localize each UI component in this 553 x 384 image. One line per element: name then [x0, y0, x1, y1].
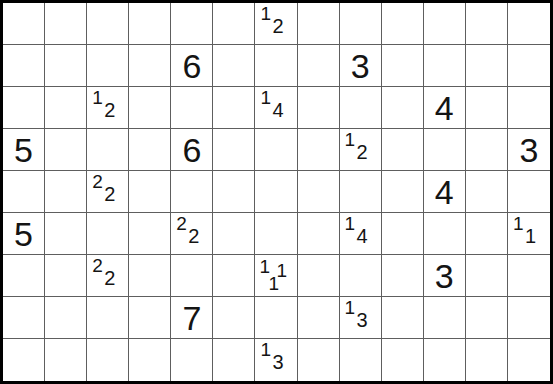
empty-cell-r5c5[interactable]: [171, 171, 213, 213]
empty-cell-r8c2[interactable]: [45, 297, 87, 339]
clue-digit: 6: [182, 49, 201, 83]
clue-cell-r8c9: 13: [340, 297, 382, 339]
clue-digit: 4: [435, 175, 454, 209]
empty-cell-r9c9[interactable]: [340, 339, 382, 381]
empty-cell-r2c11[interactable]: [424, 45, 466, 87]
empty-cell-r2c3[interactable]: [87, 45, 129, 87]
clue-cell-r1c7: 12: [255, 3, 297, 45]
clue-digit: 1: [260, 340, 271, 359]
clue-digit: 2: [104, 184, 115, 204]
clue-cell-r8c5: 7: [171, 297, 213, 339]
empty-cell-r5c12[interactable]: [466, 171, 508, 213]
empty-cell-r1c2[interactable]: [45, 3, 87, 45]
empty-cell-r1c10[interactable]: [382, 3, 424, 45]
empty-cell-r9c11[interactable]: [424, 339, 466, 381]
empty-cell-r8c1[interactable]: [3, 297, 45, 339]
clue-digit: 1: [345, 130, 356, 149]
empty-cell-r3c12[interactable]: [466, 87, 508, 129]
empty-cell-r4c11[interactable]: [424, 129, 466, 171]
empty-cell-r6c2[interactable]: [45, 213, 87, 255]
empty-cell-r2c12[interactable]: [466, 45, 508, 87]
empty-cell-r7c10[interactable]: [382, 255, 424, 297]
clue-digit: 2: [104, 268, 115, 288]
clue-digit: 2: [188, 226, 199, 246]
empty-cell-r8c3[interactable]: [87, 297, 129, 339]
empty-cell-r1c11[interactable]: [424, 3, 466, 45]
clue-digit: 4: [272, 100, 283, 120]
clue-digit: 2: [104, 100, 115, 120]
clue-cell-r2c5: 6: [171, 45, 213, 87]
empty-cell-r2c7[interactable]: [255, 45, 297, 87]
empty-cell-r9c6[interactable]: [213, 339, 255, 381]
clue-digit: 3: [520, 133, 539, 167]
empty-cell-r2c6[interactable]: [213, 45, 255, 87]
clue-digit: 3: [351, 49, 370, 83]
clue-cell-r6c5: 22: [171, 213, 213, 255]
empty-cell-r7c4[interactable]: [129, 255, 171, 297]
clue-digit: 3: [272, 352, 283, 372]
clue-cell-r5c11: 4: [424, 171, 466, 213]
empty-cell-r6c3[interactable]: [87, 213, 129, 255]
empty-cell-r6c12[interactable]: [466, 213, 508, 255]
empty-cell-r1c1[interactable]: [3, 3, 45, 45]
clue-digit: 3: [357, 310, 368, 330]
empty-cell-r8c10[interactable]: [382, 297, 424, 339]
empty-cell-r9c10[interactable]: [382, 339, 424, 381]
empty-cell-r7c9[interactable]: [340, 255, 382, 297]
empty-cell-r3c13[interactable]: [508, 87, 550, 129]
clue-cell-r4c5: 6: [171, 129, 213, 171]
empty-cell-r6c8[interactable]: [298, 213, 340, 255]
empty-cell-r6c11[interactable]: [424, 213, 466, 255]
clue-digit: 1: [345, 298, 356, 317]
clue-digit: 4: [435, 91, 454, 125]
clue-cell-r7c11: 3: [424, 255, 466, 297]
empty-cell-r7c5[interactable]: [171, 255, 213, 297]
empty-cell-r1c3[interactable]: [87, 3, 129, 45]
empty-cell-r5c13[interactable]: [508, 171, 550, 213]
empty-cell-r5c6[interactable]: [213, 171, 255, 213]
empty-cell-r8c12[interactable]: [466, 297, 508, 339]
empty-cell-r5c8[interactable]: [298, 171, 340, 213]
empty-cell-r8c6[interactable]: [213, 297, 255, 339]
empty-cell-r7c13[interactable]: [508, 255, 550, 297]
clue-cell-r6c13: 11: [508, 213, 550, 255]
empty-cell-r9c8[interactable]: [298, 339, 340, 381]
clue-cell-r4c13: 3: [508, 129, 550, 171]
clue-cell-r3c11: 4: [424, 87, 466, 129]
clue-digit: 1: [268, 274, 279, 293]
clue-digit: 3: [435, 259, 454, 293]
empty-cell-r5c7[interactable]: [255, 171, 297, 213]
empty-cell-r1c8[interactable]: [298, 3, 340, 45]
empty-cell-r5c9[interactable]: [340, 171, 382, 213]
empty-cell-r2c1[interactable]: [3, 45, 45, 87]
empty-cell-r4c2[interactable]: [45, 129, 87, 171]
empty-cell-r2c4[interactable]: [129, 45, 171, 87]
clue-digit: 6: [182, 133, 201, 167]
empty-cell-r8c11[interactable]: [424, 297, 466, 339]
empty-cell-r3c4[interactable]: [129, 87, 171, 129]
empty-cell-r9c5[interactable]: [171, 339, 213, 381]
empty-cell-r5c10[interactable]: [382, 171, 424, 213]
empty-cell-r9c4[interactable]: [129, 339, 171, 381]
clue-cell-r6c9: 14: [340, 213, 382, 255]
empty-cell-r8c8[interactable]: [298, 297, 340, 339]
clue-digit: 2: [272, 16, 283, 36]
clue-digit: 7: [182, 301, 201, 335]
empty-cell-r9c2[interactable]: [45, 339, 87, 381]
clue-digit: 1: [345, 214, 356, 233]
empty-cell-r6c6[interactable]: [213, 213, 255, 255]
empty-cell-r3c1[interactable]: [3, 87, 45, 129]
empty-cell-r7c8[interactable]: [298, 255, 340, 297]
empty-cell-r6c7[interactable]: [255, 213, 297, 255]
clue-digit: 1: [92, 88, 103, 107]
empty-cell-r2c10[interactable]: [382, 45, 424, 87]
empty-cell-r4c6[interactable]: [213, 129, 255, 171]
clue-digit: 5: [14, 217, 33, 251]
empty-cell-r5c2[interactable]: [45, 171, 87, 213]
empty-cell-r3c9[interactable]: [340, 87, 382, 129]
clue-digit: 4: [357, 226, 368, 246]
clue-cell-r7c7: 111: [255, 255, 297, 297]
empty-cell-r3c5[interactable]: [171, 87, 213, 129]
clue-cell-r3c7: 14: [255, 87, 297, 129]
empty-cell-r7c6[interactable]: [213, 255, 255, 297]
empty-cell-r3c8[interactable]: [298, 87, 340, 129]
empty-cell-r6c10[interactable]: [382, 213, 424, 255]
empty-cell-r1c12[interactable]: [466, 3, 508, 45]
empty-cell-r4c10[interactable]: [382, 129, 424, 171]
empty-cell-r3c2[interactable]: [45, 87, 87, 129]
empty-cell-r9c13[interactable]: [508, 339, 550, 381]
empty-cell-r1c5[interactable]: [171, 3, 213, 45]
empty-cell-r1c6[interactable]: [213, 3, 255, 45]
empty-cell-r8c4[interactable]: [129, 297, 171, 339]
tapa-board: 12631214456123224522141122111371313: [0, 0, 553, 384]
empty-cell-r4c7[interactable]: [255, 129, 297, 171]
empty-cell-r1c9[interactable]: [340, 3, 382, 45]
empty-cell-r5c4[interactable]: [129, 171, 171, 213]
empty-cell-r4c8[interactable]: [298, 129, 340, 171]
empty-cell-r9c12[interactable]: [466, 339, 508, 381]
empty-cell-r2c13[interactable]: [508, 45, 550, 87]
empty-cell-r7c2[interactable]: [45, 255, 87, 297]
empty-cell-r2c2[interactable]: [45, 45, 87, 87]
empty-cell-r4c3[interactable]: [87, 129, 129, 171]
empty-cell-r3c6[interactable]: [213, 87, 255, 129]
clue-cell-r5c3: 22: [87, 171, 129, 213]
empty-cell-r8c13[interactable]: [508, 297, 550, 339]
empty-cell-r1c4[interactable]: [129, 3, 171, 45]
empty-cell-r4c12[interactable]: [466, 129, 508, 171]
empty-cell-r1c13[interactable]: [508, 3, 550, 45]
empty-cell-r2c8[interactable]: [298, 45, 340, 87]
clue-digit: 5: [14, 133, 33, 167]
clue-cell-r4c9: 12: [340, 129, 382, 171]
empty-cell-r9c3[interactable]: [87, 339, 129, 381]
clue-cell-r3c3: 12: [87, 87, 129, 129]
empty-cell-r8c7[interactable]: [255, 297, 297, 339]
empty-cell-r5c1[interactable]: [3, 171, 45, 213]
clue-digit: 2: [92, 256, 103, 275]
clue-digit: 1: [260, 88, 271, 107]
empty-cell-r9c1[interactable]: [3, 339, 45, 381]
empty-cell-r7c1[interactable]: [3, 255, 45, 297]
clue-cell-r6c1: 5: [3, 213, 45, 255]
empty-cell-r4c4[interactable]: [129, 129, 171, 171]
clue-digit: 1: [513, 214, 524, 233]
empty-cell-r3c10[interactable]: [382, 87, 424, 129]
empty-cell-r7c12[interactable]: [466, 255, 508, 297]
clue-digit: 2: [176, 214, 187, 233]
clue-digit: 1: [260, 4, 271, 23]
clue-digit: 1: [525, 226, 536, 246]
clue-cell-r2c9: 3: [340, 45, 382, 87]
clue-digit: 2: [357, 142, 368, 162]
clue-digit: 2: [92, 172, 103, 191]
clue-cell-r9c7: 13: [255, 339, 297, 381]
empty-cell-r6c4[interactable]: [129, 213, 171, 255]
clue-cell-r4c1: 5: [3, 129, 45, 171]
clue-cell-r7c3: 22: [87, 255, 129, 297]
